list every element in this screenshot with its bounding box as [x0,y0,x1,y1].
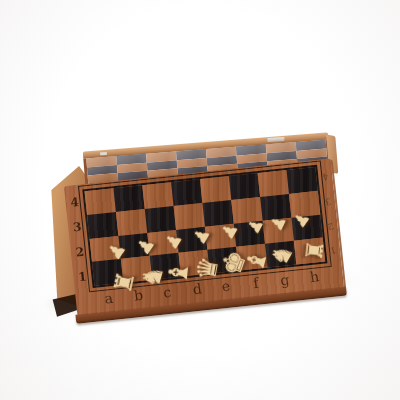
chess-piece-pawn-a2: ♟ [104,238,129,263]
chess-piece-pawn-g2: ♟ [267,213,289,234]
product-photo-scene: 4321 4321 abcdefgh ♟♟♟♟♟♟♟♟♜♞♝♛♚♝♞♜ [0,0,400,400]
chess-piece-knight-g1: ♞ [266,239,298,270]
chess-piece-pawn-b2: ♟ [133,234,158,259]
chess-piece-rook-a1: ♜ [111,269,139,295]
chess-piece-bishop-c1: ♝ [164,260,192,286]
chess-piece-pawn-h2: ♟ [290,209,313,231]
chess-piece-pawn-d2: ♟ [190,225,214,248]
chess-piece-pawn-f2: ♟ [244,215,266,236]
chess-piece-pawn-c2: ♟ [162,229,186,252]
chess-piece-rook-h1: ♜ [301,239,326,262]
piece-layer: ♟♟♟♟♟♟♟♟♜♞♝♛♚♝♞♜ [0,0,400,400]
chess-piece-pawn-e2: ♟ [218,220,242,243]
